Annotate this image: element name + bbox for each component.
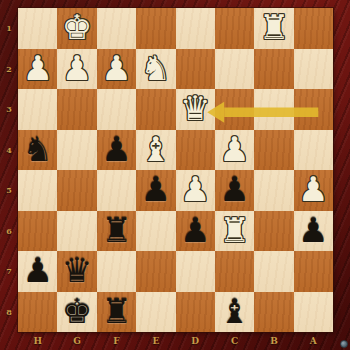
square-g3[interactable] xyxy=(57,89,96,130)
black-king-g8[interactable]: ♚ xyxy=(62,294,92,328)
white-knight-e2[interactable]: ♞ xyxy=(141,51,171,85)
square-b7[interactable] xyxy=(254,251,293,292)
square-h7[interactable]: ♟ xyxy=(18,251,57,292)
square-f6[interactable]: ♜ xyxy=(97,211,136,252)
black-pawn-h7[interactable]: ♟ xyxy=(22,253,52,287)
rank-label-6: 6 xyxy=(0,211,18,252)
square-c5[interactable]: ♟ xyxy=(215,170,254,211)
square-f8[interactable]: ♜ xyxy=(97,292,136,333)
white-pawn-g2[interactable]: ♟ xyxy=(62,51,92,85)
black-pawn-a6[interactable]: ♟ xyxy=(298,213,328,247)
square-d7[interactable] xyxy=(176,251,215,292)
square-d1[interactable] xyxy=(176,8,215,49)
file-label-c: C xyxy=(215,333,254,349)
black-knight-h4[interactable]: ♞ xyxy=(22,132,52,166)
white-pawn-d5[interactable]: ♟ xyxy=(180,172,210,206)
square-f4[interactable]: ♟ xyxy=(97,130,136,171)
square-b3[interactable] xyxy=(254,89,293,130)
black-queen-g7[interactable]: ♛ xyxy=(62,253,92,287)
square-c1[interactable] xyxy=(215,8,254,49)
square-d5[interactable]: ♟ xyxy=(176,170,215,211)
black-bishop-c8[interactable]: ♝ xyxy=(219,294,249,328)
square-g4[interactable] xyxy=(57,130,96,171)
square-c6[interactable]: ♜ xyxy=(215,211,254,252)
square-a5[interactable]: ♟ xyxy=(294,170,333,211)
square-e1[interactable] xyxy=(136,8,175,49)
white-pawn-a5[interactable]: ♟ xyxy=(298,172,328,206)
file-label-f: F xyxy=(97,333,136,349)
square-h2[interactable]: ♟ xyxy=(18,49,57,90)
black-pawn-c5[interactable]: ♟ xyxy=(219,172,249,206)
square-h1[interactable] xyxy=(18,8,57,49)
square-f7[interactable] xyxy=(97,251,136,292)
square-a1[interactable] xyxy=(294,8,333,49)
file-label-a: A xyxy=(294,333,333,349)
square-g1[interactable]: ♚ xyxy=(57,8,96,49)
square-b1[interactable]: ♜ xyxy=(254,8,293,49)
white-rook-b1[interactable]: ♜ xyxy=(259,10,289,44)
square-b4[interactable] xyxy=(254,130,293,171)
white-bishop-e4[interactable]: ♝ xyxy=(141,132,171,166)
square-e8[interactable] xyxy=(136,292,175,333)
white-king-g1[interactable]: ♚ xyxy=(62,10,92,44)
square-f5[interactable] xyxy=(97,170,136,211)
square-h6[interactable] xyxy=(18,211,57,252)
square-h4[interactable]: ♞ xyxy=(18,130,57,171)
square-d2[interactable] xyxy=(176,49,215,90)
chess-board-window: ♚♜♟♟♟♞♛♞♟♝♟♟♟♟♟♜♟♜♟♟♛♚♜♝ 12345678HGFEDCB… xyxy=(0,0,350,350)
white-queen-d3[interactable]: ♛ xyxy=(180,91,210,125)
rank-label-4: 4 xyxy=(0,130,18,171)
square-h8[interactable] xyxy=(18,292,57,333)
square-e3[interactable] xyxy=(136,89,175,130)
rank-label-2: 2 xyxy=(0,49,18,90)
square-e7[interactable] xyxy=(136,251,175,292)
square-d3[interactable]: ♛ xyxy=(176,89,215,130)
file-label-g: G xyxy=(57,333,96,349)
square-b5[interactable] xyxy=(254,170,293,211)
square-c7[interactable] xyxy=(215,251,254,292)
corner-dot-icon xyxy=(340,340,348,348)
square-d4[interactable] xyxy=(176,130,215,171)
square-f2[interactable]: ♟ xyxy=(97,49,136,90)
square-a2[interactable] xyxy=(294,49,333,90)
square-a3[interactable] xyxy=(294,89,333,130)
square-a4[interactable] xyxy=(294,130,333,171)
square-c3[interactable] xyxy=(215,89,254,130)
black-rook-f6[interactable]: ♜ xyxy=(101,213,131,247)
square-g5[interactable] xyxy=(57,170,96,211)
square-a7[interactable] xyxy=(294,251,333,292)
square-c2[interactable] xyxy=(215,49,254,90)
square-b8[interactable] xyxy=(254,292,293,333)
rank-label-3: 3 xyxy=(0,89,18,130)
square-g6[interactable] xyxy=(57,211,96,252)
square-e2[interactable]: ♞ xyxy=(136,49,175,90)
square-d6[interactable]: ♟ xyxy=(176,211,215,252)
rank-label-8: 8 xyxy=(0,292,18,333)
black-pawn-e5[interactable]: ♟ xyxy=(141,172,171,206)
square-a8[interactable] xyxy=(294,292,333,333)
square-f3[interactable] xyxy=(97,89,136,130)
square-e6[interactable] xyxy=(136,211,175,252)
chessboard: ♚♜♟♟♟♞♛♞♟♝♟♟♟♟♟♜♟♜♟♟♛♚♜♝ xyxy=(18,8,333,332)
square-h3[interactable] xyxy=(18,89,57,130)
file-label-e: E xyxy=(136,333,175,349)
square-e4[interactable]: ♝ xyxy=(136,130,175,171)
square-c8[interactable]: ♝ xyxy=(215,292,254,333)
square-b2[interactable] xyxy=(254,49,293,90)
white-rook-c6[interactable]: ♜ xyxy=(219,213,249,247)
black-pawn-f4[interactable]: ♟ xyxy=(101,132,131,166)
square-g2[interactable]: ♟ xyxy=(57,49,96,90)
white-pawn-c4[interactable]: ♟ xyxy=(219,132,249,166)
white-pawn-h2[interactable]: ♟ xyxy=(22,51,52,85)
rank-label-5: 5 xyxy=(0,170,18,211)
file-label-h: H xyxy=(18,333,57,349)
black-rook-f8[interactable]: ♜ xyxy=(101,294,131,328)
square-b6[interactable] xyxy=(254,211,293,252)
file-label-d: D xyxy=(176,333,215,349)
rank-label-1: 1 xyxy=(0,8,18,49)
white-pawn-f2[interactable]: ♟ xyxy=(101,51,131,85)
square-e5[interactable]: ♟ xyxy=(136,170,175,211)
rank-label-7: 7 xyxy=(0,251,18,292)
square-f1[interactable] xyxy=(97,8,136,49)
square-d8[interactable] xyxy=(176,292,215,333)
square-c4[interactable]: ♟ xyxy=(215,130,254,171)
square-a6[interactable]: ♟ xyxy=(294,211,333,252)
square-g8[interactable]: ♚ xyxy=(57,292,96,333)
square-g7[interactable]: ♛ xyxy=(57,251,96,292)
square-h5[interactable] xyxy=(18,170,57,211)
black-pawn-d6[interactable]: ♟ xyxy=(180,213,210,247)
file-label-b: B xyxy=(254,333,293,349)
